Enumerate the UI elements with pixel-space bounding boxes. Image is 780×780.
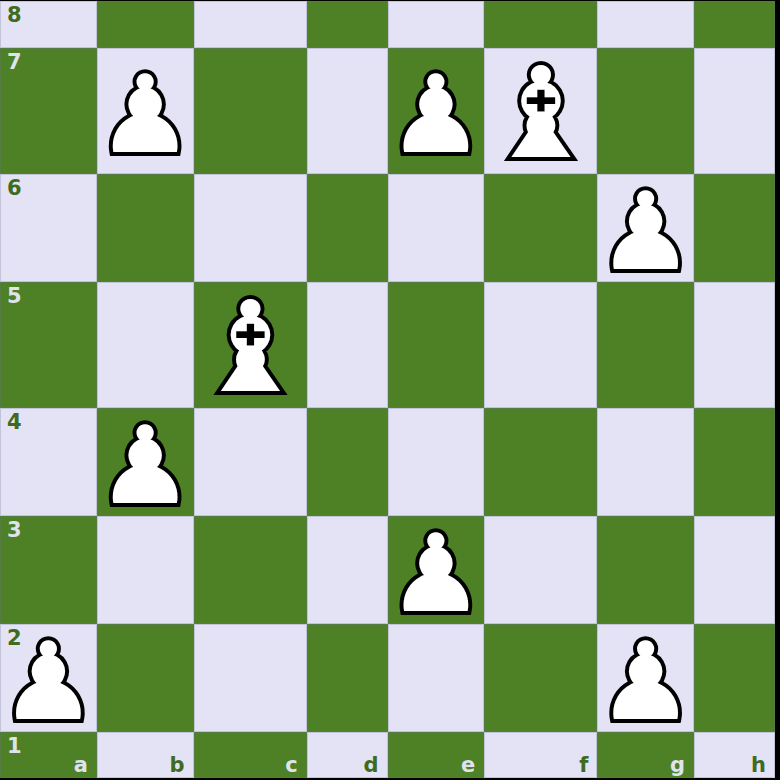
rank-label-7: 7 <box>7 51 22 74</box>
square-b5[interactable] <box>97 282 194 408</box>
square-b4[interactable]: ♟ <box>97 408 194 516</box>
white-pawn-icon[interactable]: ♟ <box>597 178 694 286</box>
square-f2[interactable] <box>484 624 597 732</box>
square-e6[interactable] <box>388 174 485 282</box>
square-d4[interactable] <box>307 408 388 516</box>
file-label-d: d <box>363 754 378 777</box>
square-a5[interactable]: 5 <box>0 282 97 408</box>
square-b3[interactable] <box>97 516 194 624</box>
square-f5[interactable] <box>484 282 597 408</box>
square-f1[interactable]: f <box>484 732 597 779</box>
square-c6[interactable] <box>194 174 307 282</box>
white-bishop-icon[interactable]: ♝ <box>484 51 597 177</box>
square-c5[interactable]: ♝ <box>194 282 307 408</box>
square-a6[interactable]: 6 <box>0 174 97 282</box>
file-label-b: b <box>170 754 185 777</box>
white-pawn-icon[interactable]: ♟ <box>388 61 485 169</box>
square-g3[interactable] <box>597 516 694 624</box>
square-e3[interactable]: ♟ <box>388 516 485 624</box>
square-c8[interactable] <box>194 1 307 48</box>
rank-label-3: 3 <box>7 519 22 542</box>
square-b7[interactable]: ♟ <box>97 48 194 174</box>
square-b8[interactable] <box>97 1 194 48</box>
square-a8[interactable]: 8 <box>0 1 97 48</box>
square-e7[interactable]: ♟ <box>388 48 485 174</box>
square-h5[interactable] <box>694 282 775 408</box>
square-d1[interactable]: d <box>307 732 388 779</box>
file-label-c: c <box>285 754 297 777</box>
square-c2[interactable] <box>194 624 307 732</box>
square-f4[interactable] <box>484 408 597 516</box>
square-c7[interactable] <box>194 48 307 174</box>
square-d6[interactable] <box>307 174 388 282</box>
square-e8[interactable] <box>388 1 485 48</box>
square-e4[interactable] <box>388 408 485 516</box>
white-pawn-icon[interactable]: ♟ <box>97 61 194 169</box>
square-e2[interactable] <box>388 624 485 732</box>
square-c4[interactable] <box>194 408 307 516</box>
square-h1[interactable]: h <box>694 732 775 779</box>
square-g4[interactable] <box>597 408 694 516</box>
square-f7[interactable]: ♝ <box>484 48 597 174</box>
square-h2[interactable] <box>694 624 775 732</box>
square-d8[interactable] <box>307 1 388 48</box>
square-a4[interactable]: 4 <box>0 408 97 516</box>
square-h8[interactable] <box>694 1 775 48</box>
square-g7[interactable] <box>597 48 694 174</box>
white-pawn-icon[interactable]: ♟ <box>97 412 194 520</box>
square-f3[interactable] <box>484 516 597 624</box>
square-h6[interactable] <box>694 174 775 282</box>
square-c1[interactable]: c <box>194 732 307 779</box>
square-e1[interactable]: e <box>388 732 485 779</box>
square-a2[interactable]: 2♟ <box>0 624 97 732</box>
white-pawn-icon[interactable]: ♟ <box>0 628 97 736</box>
chessboard: 87♟♟♝6♟5♝4♟3♟2♟♟1abcdefgh <box>0 1 775 778</box>
square-h7[interactable] <box>694 48 775 174</box>
square-g2[interactable]: ♟ <box>597 624 694 732</box>
square-d5[interactable] <box>307 282 388 408</box>
white-pawn-icon[interactable]: ♟ <box>388 520 485 628</box>
rank-label-5: 5 <box>7 285 22 308</box>
square-d2[interactable] <box>307 624 388 732</box>
square-h4[interactable] <box>694 408 775 516</box>
square-g6[interactable]: ♟ <box>597 174 694 282</box>
white-bishop-icon[interactable]: ♝ <box>194 285 307 411</box>
square-a7[interactable]: 7 <box>0 48 97 174</box>
square-a3[interactable]: 3 <box>0 516 97 624</box>
rank-label-6: 6 <box>7 177 22 200</box>
rank-label-8: 8 <box>7 4 22 27</box>
file-label-f: f <box>579 754 588 777</box>
file-label-e: e <box>461 754 475 777</box>
square-d3[interactable] <box>307 516 388 624</box>
square-b2[interactable] <box>97 624 194 732</box>
square-b1[interactable]: b <box>97 732 194 779</box>
square-e5[interactable] <box>388 282 485 408</box>
file-label-a: a <box>74 754 88 777</box>
file-label-g: g <box>670 754 685 777</box>
square-g5[interactable] <box>597 282 694 408</box>
file-label-h: h <box>751 754 766 777</box>
square-f6[interactable] <box>484 174 597 282</box>
square-a1[interactable]: 1a <box>0 732 97 779</box>
rank-label-4: 4 <box>7 411 22 434</box>
square-g8[interactable] <box>597 1 694 48</box>
square-g1[interactable]: g <box>597 732 694 779</box>
square-b6[interactable] <box>97 174 194 282</box>
square-c3[interactable] <box>194 516 307 624</box>
rank-label-1: 1 <box>7 735 22 758</box>
square-h3[interactable] <box>694 516 775 624</box>
board-frame: 87♟♟♝6♟5♝4♟3♟2♟♟1abcdefgh <box>0 0 780 780</box>
square-d7[interactable] <box>307 48 388 174</box>
white-pawn-icon[interactable]: ♟ <box>597 628 694 736</box>
